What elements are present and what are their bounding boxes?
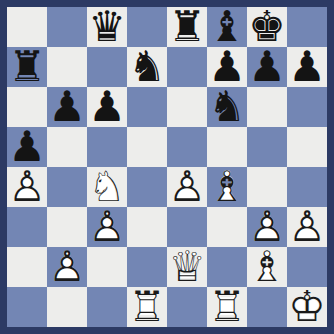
square-e7[interactable] (167, 47, 207, 87)
square-g2[interactable]: ♝♗ (247, 247, 287, 287)
piece-white-pawn[interactable]: ♟♙ (8, 167, 46, 207)
piece-fill-layer: ♟ (48, 87, 86, 127)
piece-black-pawn[interactable]: ♟ (8, 127, 46, 167)
piece-outline-layer: ♖ (208, 287, 246, 327)
square-e8[interactable]: ♜ (167, 7, 207, 47)
square-d3[interactable] (127, 207, 167, 247)
piece-black-pawn[interactable]: ♟ (48, 87, 86, 127)
square-h6[interactable] (287, 87, 327, 127)
chess-board-frame: ♛♜♝♚♜♞♟♟♟♟♟♞♟♟♙♞♘♟♙♝♗♟♙♟♙♟♙♟♙♛♕♝♗♜♖♜♖♚♔ (0, 0, 334, 334)
piece-fill-layer: ♜ (8, 47, 46, 87)
square-g1[interactable] (247, 287, 287, 327)
square-e6[interactable] (167, 87, 207, 127)
piece-fill-layer: ♛ (88, 7, 126, 47)
piece-outline-layer: ♙ (248, 207, 286, 247)
square-f7[interactable]: ♟ (207, 47, 247, 87)
square-b3[interactable] (47, 207, 87, 247)
piece-outline-layer: ♗ (208, 167, 246, 207)
chess-board: ♛♜♝♚♜♞♟♟♟♟♟♞♟♟♙♞♘♟♙♝♗♟♙♟♙♟♙♟♙♛♕♝♗♜♖♜♖♚♔ (7, 7, 327, 327)
square-e4[interactable]: ♟♙ (167, 167, 207, 207)
square-c3[interactable]: ♟♙ (87, 207, 127, 247)
square-g4[interactable] (247, 167, 287, 207)
square-a2[interactable] (7, 247, 47, 287)
square-h4[interactable] (287, 167, 327, 207)
piece-fill-layer: ♟ (8, 127, 46, 167)
square-c2[interactable] (87, 247, 127, 287)
square-d7[interactable]: ♞ (127, 47, 167, 87)
square-b1[interactable] (47, 287, 87, 327)
square-a5[interactable]: ♟ (7, 127, 47, 167)
piece-white-bishop[interactable]: ♝♗ (248, 247, 286, 287)
square-a1[interactable] (7, 287, 47, 327)
piece-fill-layer: ♚ (248, 7, 286, 47)
piece-white-queen[interactable]: ♛♕ (168, 247, 206, 287)
piece-white-bishop[interactable]: ♝♗ (208, 167, 246, 207)
piece-white-pawn[interactable]: ♟♙ (88, 207, 126, 247)
piece-outline-layer: ♖ (128, 287, 166, 327)
piece-outline-layer: ♙ (168, 167, 206, 207)
piece-black-knight[interactable]: ♞ (208, 87, 246, 127)
square-d6[interactable] (127, 87, 167, 127)
piece-fill-layer: ♜ (168, 7, 206, 47)
piece-fill-layer: ♞ (208, 87, 246, 127)
piece-fill-layer: ♟ (248, 47, 286, 87)
square-f4[interactable]: ♝♗ (207, 167, 247, 207)
square-g7[interactable]: ♟ (247, 47, 287, 87)
piece-black-knight[interactable]: ♞ (128, 47, 166, 87)
piece-black-king[interactable]: ♚ (248, 7, 286, 47)
square-d1[interactable]: ♜♖ (127, 287, 167, 327)
square-c7[interactable] (87, 47, 127, 87)
square-e3[interactable] (167, 207, 207, 247)
square-g3[interactable]: ♟♙ (247, 207, 287, 247)
piece-fill-layer: ♞ (128, 47, 166, 87)
square-b5[interactable] (47, 127, 87, 167)
square-h7[interactable]: ♟ (287, 47, 327, 87)
piece-black-queen[interactable]: ♛ (88, 7, 126, 47)
square-b6[interactable]: ♟ (47, 87, 87, 127)
square-a3[interactable] (7, 207, 47, 247)
square-b8[interactable] (47, 7, 87, 47)
piece-outline-layer: ♙ (8, 167, 46, 207)
square-b7[interactable] (47, 47, 87, 87)
piece-outline-layer: ♕ (168, 247, 206, 287)
square-g8[interactable]: ♚ (247, 7, 287, 47)
piece-outline-layer: ♙ (288, 207, 326, 247)
square-c6[interactable]: ♟ (87, 87, 127, 127)
piece-outline-layer: ♗ (248, 247, 286, 287)
piece-black-pawn[interactable]: ♟ (248, 47, 286, 87)
piece-black-pawn[interactable]: ♟ (288, 47, 326, 87)
square-c8[interactable]: ♛ (87, 7, 127, 47)
piece-white-rook[interactable]: ♜♖ (128, 287, 166, 327)
square-a6[interactable] (7, 87, 47, 127)
square-b4[interactable] (47, 167, 87, 207)
piece-black-pawn[interactable]: ♟ (88, 87, 126, 127)
piece-black-pawn[interactable]: ♟ (208, 47, 246, 87)
piece-white-pawn[interactable]: ♟♙ (48, 247, 86, 287)
square-f3[interactable] (207, 207, 247, 247)
square-h3[interactable]: ♟♙ (287, 207, 327, 247)
piece-white-pawn[interactable]: ♟♙ (248, 207, 286, 247)
piece-white-rook[interactable]: ♜♖ (208, 287, 246, 327)
piece-outline-layer: ♙ (88, 207, 126, 247)
square-f5[interactable] (207, 127, 247, 167)
square-e2[interactable]: ♛♕ (167, 247, 207, 287)
square-h2[interactable] (287, 247, 327, 287)
piece-white-pawn[interactable]: ♟♙ (168, 167, 206, 207)
square-f1[interactable]: ♜♖ (207, 287, 247, 327)
square-d5[interactable] (127, 127, 167, 167)
piece-outline-layer: ♘ (88, 167, 126, 207)
square-h1[interactable]: ♚♔ (287, 287, 327, 327)
piece-white-knight[interactable]: ♞♘ (88, 167, 126, 207)
square-d8[interactable] (127, 7, 167, 47)
piece-black-bishop[interactable]: ♝ (208, 7, 246, 47)
piece-white-pawn[interactable]: ♟♙ (288, 207, 326, 247)
piece-white-king[interactable]: ♚♔ (288, 287, 326, 327)
square-d2[interactable] (127, 247, 167, 287)
square-a4[interactable]: ♟♙ (7, 167, 47, 207)
piece-black-rook[interactable]: ♜ (8, 47, 46, 87)
square-e5[interactable] (167, 127, 207, 167)
square-h5[interactable] (287, 127, 327, 167)
square-a7[interactable]: ♜ (7, 47, 47, 87)
square-e1[interactable] (167, 287, 207, 327)
square-d4[interactable] (127, 167, 167, 207)
square-b2[interactable]: ♟♙ (47, 247, 87, 287)
piece-outline-layer: ♔ (288, 287, 326, 327)
square-f6[interactable]: ♞ (207, 87, 247, 127)
square-c4[interactable]: ♞♘ (87, 167, 127, 207)
piece-outline-layer: ♙ (48, 247, 86, 287)
piece-black-rook[interactable]: ♜ (168, 7, 206, 47)
square-h8[interactable] (287, 7, 327, 47)
square-f2[interactable] (207, 247, 247, 287)
square-c5[interactable] (87, 127, 127, 167)
square-g5[interactable] (247, 127, 287, 167)
square-c1[interactable] (87, 287, 127, 327)
square-g6[interactable] (247, 87, 287, 127)
piece-fill-layer: ♟ (208, 47, 246, 87)
piece-fill-layer: ♟ (88, 87, 126, 127)
piece-fill-layer: ♟ (288, 47, 326, 87)
square-a8[interactable] (7, 7, 47, 47)
piece-fill-layer: ♝ (208, 7, 246, 47)
square-f8[interactable]: ♝ (207, 7, 247, 47)
